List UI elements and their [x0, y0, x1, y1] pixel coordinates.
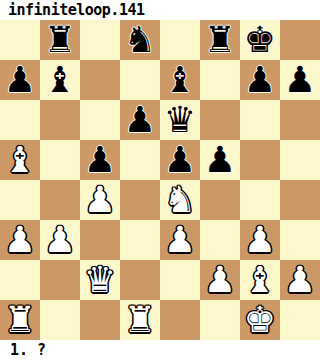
- black-rook-f8[interactable]: ♜: [204, 20, 236, 60]
- square-b2[interactable]: [40, 260, 80, 300]
- move-prompt: 1. ?: [0, 340, 320, 360]
- square-g4[interactable]: [240, 180, 280, 220]
- square-e8[interactable]: [160, 20, 200, 60]
- white-rook-d1[interactable]: ♜: [124, 300, 156, 340]
- square-f8[interactable]: ♜: [200, 20, 240, 60]
- square-f5[interactable]: ♟: [200, 140, 240, 180]
- square-g2[interactable]: ♝: [240, 260, 280, 300]
- square-c8[interactable]: [80, 20, 120, 60]
- square-e7[interactable]: ♝: [160, 60, 200, 100]
- square-c7[interactable]: [80, 60, 120, 100]
- square-b7[interactable]: ♝: [40, 60, 80, 100]
- square-g3[interactable]: ♟: [240, 220, 280, 260]
- square-h4[interactable]: [280, 180, 320, 220]
- square-h8[interactable]: [280, 20, 320, 60]
- white-pawn-h2[interactable]: ♟: [284, 260, 316, 300]
- square-f4[interactable]: [200, 180, 240, 220]
- square-d6[interactable]: ♟: [120, 100, 160, 140]
- square-h5[interactable]: [280, 140, 320, 180]
- square-f3[interactable]: [200, 220, 240, 260]
- square-c1[interactable]: [80, 300, 120, 340]
- square-g1[interactable]: ♚: [240, 300, 280, 340]
- black-rook-b8[interactable]: ♜: [44, 20, 76, 60]
- square-f1[interactable]: [200, 300, 240, 340]
- square-e5[interactable]: ♟: [160, 140, 200, 180]
- square-b6[interactable]: [40, 100, 80, 140]
- white-knight-e4[interactable]: ♞: [164, 180, 196, 220]
- square-a6[interactable]: [0, 100, 40, 140]
- square-b1[interactable]: [40, 300, 80, 340]
- square-b8[interactable]: ♜: [40, 20, 80, 60]
- square-d3[interactable]: [120, 220, 160, 260]
- square-a5[interactable]: ♝: [0, 140, 40, 180]
- white-pawn-a3[interactable]: ♟: [4, 220, 36, 260]
- square-c5[interactable]: ♟: [80, 140, 120, 180]
- square-g7[interactable]: ♟: [240, 60, 280, 100]
- square-g8[interactable]: ♚: [240, 20, 280, 60]
- square-d2[interactable]: [120, 260, 160, 300]
- white-pawn-e3[interactable]: ♟: [164, 220, 196, 260]
- square-c4[interactable]: ♟: [80, 180, 120, 220]
- white-pawn-c4[interactable]: ♟: [84, 180, 116, 220]
- square-d1[interactable]: ♜: [120, 300, 160, 340]
- black-pawn-h7[interactable]: ♟: [284, 60, 316, 100]
- square-d7[interactable]: [120, 60, 160, 100]
- square-h3[interactable]: [280, 220, 320, 260]
- black-pawn-g7[interactable]: ♟: [244, 60, 276, 100]
- square-h2[interactable]: ♟: [280, 260, 320, 300]
- square-h7[interactable]: ♟: [280, 60, 320, 100]
- square-a3[interactable]: ♟: [0, 220, 40, 260]
- black-bishop-e7[interactable]: ♝: [164, 60, 196, 100]
- black-pawn-e5[interactable]: ♟: [164, 140, 196, 180]
- square-a1[interactable]: ♜: [0, 300, 40, 340]
- square-c6[interactable]: [80, 100, 120, 140]
- square-f6[interactable]: [200, 100, 240, 140]
- square-b4[interactable]: [40, 180, 80, 220]
- square-e1[interactable]: [160, 300, 200, 340]
- black-queen-e6[interactable]: ♛: [164, 100, 196, 140]
- square-c3[interactable]: [80, 220, 120, 260]
- square-e3[interactable]: ♟: [160, 220, 200, 260]
- square-a7[interactable]: ♟: [0, 60, 40, 100]
- black-pawn-c5[interactable]: ♟: [84, 140, 116, 180]
- window-title: infiniteloop.141: [0, 0, 320, 20]
- square-f7[interactable]: [200, 60, 240, 100]
- white-rook-a1[interactable]: ♜: [4, 300, 36, 340]
- square-h1[interactable]: [280, 300, 320, 340]
- chess-board: ♜♞♜♚♟♝♝♟♟♟♛♝♟♟♟♟♞♟♟♟♟♛♟♝♟♜♜♚: [0, 20, 320, 340]
- black-pawn-f5[interactable]: ♟: [204, 140, 236, 180]
- black-king-g8[interactable]: ♚: [244, 20, 276, 60]
- square-a8[interactable]: [0, 20, 40, 60]
- white-bishop-a5[interactable]: ♝: [4, 140, 36, 180]
- square-d8[interactable]: ♞: [120, 20, 160, 60]
- black-pawn-a7[interactable]: ♟: [4, 60, 36, 100]
- white-queen-c2[interactable]: ♛: [84, 260, 116, 300]
- square-e4[interactable]: ♞: [160, 180, 200, 220]
- square-c2[interactable]: ♛: [80, 260, 120, 300]
- square-d5[interactable]: [120, 140, 160, 180]
- white-pawn-g3[interactable]: ♟: [244, 220, 276, 260]
- square-e6[interactable]: ♛: [160, 100, 200, 140]
- square-g6[interactable]: [240, 100, 280, 140]
- white-pawn-b3[interactable]: ♟: [44, 220, 76, 260]
- black-pawn-d6[interactable]: ♟: [124, 100, 156, 140]
- square-a4[interactable]: [0, 180, 40, 220]
- square-b3[interactable]: ♟: [40, 220, 80, 260]
- square-f2[interactable]: ♟: [200, 260, 240, 300]
- square-d4[interactable]: [120, 180, 160, 220]
- square-e2[interactable]: [160, 260, 200, 300]
- black-knight-d8[interactable]: ♞: [124, 20, 156, 60]
- black-bishop-b7[interactable]: ♝: [44, 60, 76, 100]
- white-pawn-f2[interactable]: ♟: [204, 260, 236, 300]
- square-a2[interactable]: [0, 260, 40, 300]
- white-king-g1[interactable]: ♚: [244, 300, 276, 340]
- white-bishop-g2[interactable]: ♝: [244, 260, 276, 300]
- square-g5[interactable]: [240, 140, 280, 180]
- square-h6[interactable]: [280, 100, 320, 140]
- square-b5[interactable]: [40, 140, 80, 180]
